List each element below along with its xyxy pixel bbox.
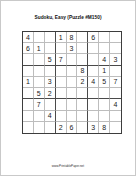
sudoku-cell: [110, 32, 121, 43]
sudoku-cell: [56, 77, 67, 88]
sudoku-cell: 1: [99, 66, 110, 77]
sudoku-cell: [34, 54, 45, 65]
sudoku-cell: [56, 66, 67, 77]
sudoku-cell: [45, 99, 56, 110]
sudoku-cell: [34, 77, 45, 88]
sudoku-cell: 4: [23, 32, 34, 43]
sudoku-cell: [88, 43, 99, 54]
sudoku-cell: [88, 54, 99, 65]
sudoku-cell: [67, 99, 78, 110]
sudoku-cell: [23, 111, 34, 122]
sudoku-cell: [23, 88, 34, 99]
sudoku-cell: 7: [56, 54, 67, 65]
page: Sudoku, Easy (Puzzle #M150) 418661357438…: [0, 0, 136, 176]
sudoku-cell: 3: [67, 43, 78, 54]
sudoku-cell: [88, 99, 99, 110]
sudoku-cell: [88, 66, 99, 77]
sudoku-cell: 6: [67, 122, 78, 133]
sudoku-cell: 4: [99, 54, 110, 65]
sudoku-cell: [99, 111, 110, 122]
sudoku-cell: [23, 66, 34, 77]
sudoku-cell: [77, 99, 88, 110]
sudoku-cell: [99, 99, 110, 110]
sudoku-cell: 3: [110, 54, 121, 65]
sudoku-cell: [67, 54, 78, 65]
sudoku-cell: 8: [77, 66, 88, 77]
sudoku-cell: [56, 99, 67, 110]
sudoku-cell: [77, 54, 88, 65]
sudoku-cell: [110, 111, 121, 122]
sudoku-cell: [45, 122, 56, 133]
sudoku-cell: [110, 122, 121, 133]
sudoku-cell: [110, 88, 121, 99]
sudoku-cell: 2: [45, 88, 56, 99]
sudoku-cell: 1: [34, 43, 45, 54]
sudoku-cell: [77, 32, 88, 43]
sudoku-cell: 7: [34, 99, 45, 110]
sudoku-cell: [88, 111, 99, 122]
sudoku-cell: [110, 66, 121, 77]
sudoku-cell: [67, 66, 78, 77]
sudoku-cell: 4: [110, 99, 121, 110]
sudoku-cell: [45, 66, 56, 77]
sudoku-cell: 3: [88, 122, 99, 133]
sudoku-cell: [99, 32, 110, 43]
sudoku-cell: [77, 43, 88, 54]
sudoku-cell: [34, 111, 45, 122]
sudoku-cell: [34, 122, 45, 133]
footer-url: www.PrintablePaper.net: [43, 164, 94, 167]
sudoku-cell: 5: [99, 77, 110, 88]
sudoku-cell: [77, 111, 88, 122]
sudoku-cell: 7: [110, 77, 121, 88]
sudoku-cell: [67, 88, 78, 99]
sudoku-cell: 4: [45, 111, 56, 122]
page-title: Sudoku, Easy (Puzzle #M150): [28, 15, 108, 20]
sudoku-cell: 2: [56, 122, 67, 133]
sudoku-cell: 4: [88, 77, 99, 88]
sudoku-cell: [56, 111, 67, 122]
sudoku-cell: [110, 43, 121, 54]
sudoku-cell: [56, 88, 67, 99]
sudoku-cell: 2: [77, 77, 88, 88]
sudoku-cell: [67, 111, 78, 122]
sudoku-cell: 8: [67, 32, 78, 43]
sudoku-cell: [34, 32, 45, 43]
sudoku-cell: [99, 88, 110, 99]
sudoku-cell: [23, 99, 34, 110]
sudoku-cell: [23, 54, 34, 65]
sudoku-board: 4186613574381132457527442638: [22, 31, 122, 134]
sudoku-cell: 1: [56, 32, 67, 43]
sudoku-cell: 1: [23, 77, 34, 88]
sudoku-cell: [45, 43, 56, 54]
sudoku-cell: [67, 77, 78, 88]
sudoku-cell: 6: [23, 43, 34, 54]
sudoku-cell: 5: [45, 54, 56, 65]
sudoku-cell: [45, 32, 56, 43]
sudoku-cell: [77, 88, 88, 99]
sudoku-cell: [56, 43, 67, 54]
sudoku-cell: 5: [34, 88, 45, 99]
sudoku-cell: 3: [45, 77, 56, 88]
sudoku-cell: [34, 66, 45, 77]
sudoku-cell: [77, 122, 88, 133]
sudoku-cell: 8: [99, 122, 110, 133]
sudoku-cell: [88, 88, 99, 99]
sudoku-cell: [23, 122, 34, 133]
sudoku-cell: 6: [88, 32, 99, 43]
sudoku-cell: [99, 43, 110, 54]
